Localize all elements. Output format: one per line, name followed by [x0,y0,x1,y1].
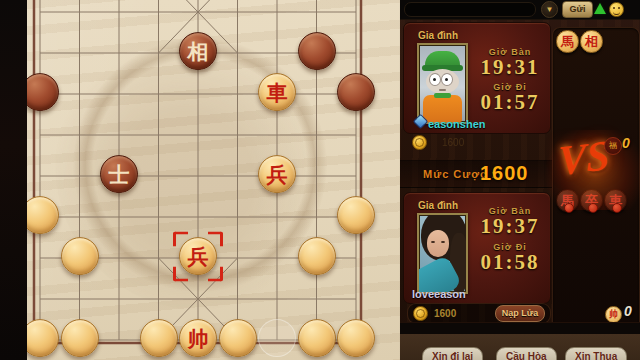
general-count: 0 [624,303,632,319]
facedown-piece-light[interactable] [219,319,257,357]
avatar-bottom [417,213,468,294]
move-time-top: 01:57 [466,90,554,115]
coin-icon [412,135,427,150]
medal-icon: 福 [604,137,622,155]
action-button-undo[interactable]: Xin đi lại [422,347,483,360]
action-button-draw[interactable]: Cầu Hòa [496,347,557,360]
chat-input[interactable] [404,2,536,17]
player-card-top: Gia đình Giờ Bàn 19:31 Giờ Đi 01:57 easo… [403,22,551,134]
chat-dropdown-icon[interactable]: ▼ [541,1,558,18]
facedown-piece-dark[interactable] [298,32,336,70]
piece-帅[interactable]: 帅 [179,319,217,357]
player-name-top: easonshen [428,118,485,130]
left-dark-strip [0,0,27,360]
topup-button[interactable]: Nạp Lửa [495,305,545,322]
bet-bar: Mức Cược : 1600 [400,160,553,188]
captured-piece-馬: 馬 [556,30,579,53]
facedown-piece-light[interactable] [298,237,336,275]
piece-車[interactable]: 車 [258,73,296,111]
green-triangle-icon[interactable] [594,3,606,14]
game-time-top: 19:31 [466,55,554,80]
money-bar: 1600 Nạp Lửa [407,303,551,324]
piece-相[interactable]: 相 [179,32,217,70]
piece-兵[interactable]: 兵 [179,237,217,275]
game-time-bottom: 19:37 [466,214,554,239]
facedown-piece-light[interactable] [61,319,99,357]
coin-row-top: 1600 [412,135,552,150]
piece-兵[interactable]: 兵 [258,155,296,193]
action-button-resign[interactable]: Xin Thua [565,347,627,360]
facedown-piece-light[interactable] [298,319,336,357]
avatar-top [417,43,468,124]
facedown-piece-light[interactable] [61,237,99,275]
facedown-piece-light[interactable] [337,319,375,357]
facedown-piece-dark[interactable] [337,73,375,111]
facedown-piece-light[interactable] [140,319,178,357]
side-panel: ▼ Gửi Gia đình Giờ Bàn 19:31 Giờ Đi 01:5… [400,0,640,360]
action-button-row: Xin đi lạiCầu HòaXin Thua [400,334,640,360]
xiangqi-board[interactable]: 相車士兵兵帅 [27,0,400,360]
send-button[interactable]: Gửi [562,1,593,18]
piece-士[interactable]: 士 [100,155,138,193]
coin-amount-bottom: 1600 [434,308,456,319]
vs-graphic: VS [557,131,610,185]
coin-amount-top: 1600 [442,137,464,148]
medal-count: 0 [622,135,630,151]
bet-value: 1600 [480,162,529,185]
emoji-icon[interactable] [609,2,624,17]
captured-piece-相: 相 [580,30,603,53]
player-card-bottom: Gia đình Giờ Bàn 19:37 Giờ Đi 01:58 love… [403,192,551,304]
game-window: 相車士兵兵帅 ▼ Gửi Gia đình Giờ Bàn 19:31 Giờ … [0,0,640,360]
clan-label-top: Gia đình [418,30,458,41]
ghost-piece [258,319,296,357]
player-name-bottom: loveeason [412,288,466,300]
facedown-piece-light[interactable] [337,196,375,234]
clan-label-bottom: Gia đình [418,200,458,211]
coin-icon [413,306,428,321]
chat-bar: ▼ Gửi [400,0,640,20]
move-time-bottom: 01:58 [466,250,554,275]
general-chip-icon: 帅 [605,306,622,323]
